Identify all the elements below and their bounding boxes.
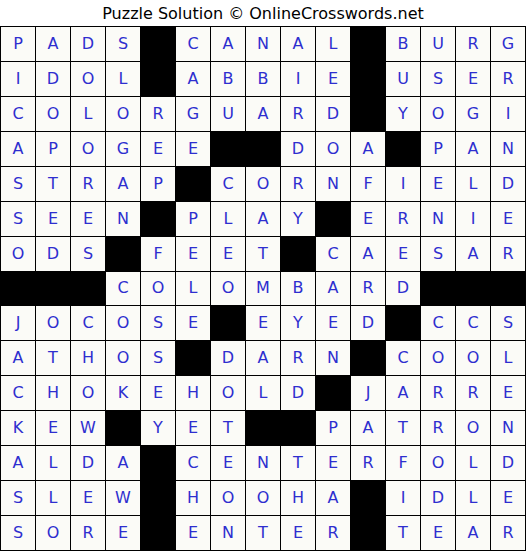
letter-cell-r8c12: D [386, 272, 420, 306]
letter-cell-r12c3: W [71, 411, 105, 445]
letter-cell-r12c7: T [211, 411, 245, 445]
letter-cell-r5c12: I [386, 167, 420, 201]
letter-cell-r15c15: R [491, 516, 525, 550]
letter-cell-r3c2: O [36, 97, 70, 131]
block-cell-r6c10 [316, 202, 350, 236]
letter-cell-r2c2: D [36, 62, 70, 96]
letter-cell-r12c13: R [421, 411, 455, 445]
letter-cell-r7c1: O [1, 237, 35, 271]
block-cell-r3c11 [351, 97, 385, 131]
letter-cell-r5c15: D [491, 167, 525, 201]
letter-cell-r6c15: E [491, 202, 525, 236]
letter-cell-r14c9: H [281, 481, 315, 515]
letter-cell-r14c7: O [211, 481, 245, 515]
letter-cell-r6c2: E [36, 202, 70, 236]
letter-cell-r3c6: G [176, 97, 210, 131]
block-cell-r13c5 [141, 446, 175, 480]
letter-cell-r10c8: A [246, 341, 280, 375]
letter-cell-r10c5: S [141, 341, 175, 375]
letter-cell-r1c14: R [456, 27, 490, 61]
letter-cell-r7c15: R [491, 237, 525, 271]
letter-cell-r15c1: S [1, 516, 35, 550]
block-cell-r7c9 [281, 237, 315, 271]
block-cell-r10c11 [351, 341, 385, 375]
block-cell-r15c5 [141, 516, 175, 550]
letter-cell-r14c2: L [36, 481, 70, 515]
block-cell-r12c9 [281, 411, 315, 445]
letter-cell-r9c6: E [176, 306, 210, 340]
letter-cell-r2c9: I [281, 62, 315, 96]
letter-cell-r12c14: O [456, 411, 490, 445]
letter-cell-r4c9: D [281, 132, 315, 166]
block-cell-r12c4 [106, 411, 140, 445]
letter-cell-r12c1: K [1, 411, 35, 445]
letter-cell-r4c3: O [71, 132, 105, 166]
letter-cell-r9c8: E [246, 306, 280, 340]
letter-cell-r10c2: T [36, 341, 70, 375]
letter-cell-r2c10: E [316, 62, 350, 96]
block-cell-r4c8 [246, 132, 280, 166]
letter-cell-r5c7: C [211, 167, 245, 201]
letter-cell-r6c11: E [351, 202, 385, 236]
letter-cell-r13c12: F [386, 446, 420, 480]
letter-cell-r14c1: S [1, 481, 35, 515]
letter-cell-r8c5: O [141, 272, 175, 306]
letter-cell-r12c2: E [36, 411, 70, 445]
letter-cell-r11c8: L [246, 376, 280, 410]
letter-cell-r3c4: O [106, 97, 140, 131]
letter-cell-r1c9: A [281, 27, 315, 61]
letter-cell-r5c1: S [1, 167, 35, 201]
letter-cell-r3c10: D [316, 97, 350, 131]
letter-cell-r13c7: E [211, 446, 245, 480]
block-cell-r8c2 [36, 272, 70, 306]
letter-cell-r3c14: G [456, 97, 490, 131]
letter-cell-r10c10: N [316, 341, 350, 375]
letter-cell-r6c13: N [421, 202, 455, 236]
letter-cell-r1c15: G [491, 27, 525, 61]
block-cell-r5c6 [176, 167, 210, 201]
letter-cell-r9c14: C [456, 306, 490, 340]
letter-cell-r10c13: O [421, 341, 455, 375]
letter-cell-r11c13: R [421, 376, 455, 410]
letter-cell-r11c7: O [211, 376, 245, 410]
letter-cell-r15c14: A [456, 516, 490, 550]
letter-cell-r3c9: R [281, 97, 315, 131]
letter-cell-r2c14: E [456, 62, 490, 96]
letter-cell-r11c1: C [1, 376, 35, 410]
block-cell-r6c5 [141, 202, 175, 236]
letter-cell-r13c3: D [71, 446, 105, 480]
letter-cell-r11c6: H [176, 376, 210, 410]
block-cell-r9c12 [386, 306, 420, 340]
letter-cell-r13c1: A [1, 446, 35, 480]
letter-cell-r1c12: B [386, 27, 420, 61]
letter-cell-r15c4: E [106, 516, 140, 550]
letter-cell-r10c3: H [71, 341, 105, 375]
letter-cell-r9c5: S [141, 306, 175, 340]
letter-cell-r7c14: A [456, 237, 490, 271]
letter-cell-r6c3: E [71, 202, 105, 236]
letter-cell-r11c12: A [386, 376, 420, 410]
letter-cell-r9c1: J [1, 306, 35, 340]
block-cell-r8c3 [71, 272, 105, 306]
letter-cell-r7c8: T [246, 237, 280, 271]
letter-cell-r5c8: O [246, 167, 280, 201]
letter-cell-r15c6: E [176, 516, 210, 550]
letter-cell-r7c11: A [351, 237, 385, 271]
letter-cell-r7c6: E [176, 237, 210, 271]
block-cell-r11c10 [316, 376, 350, 410]
letter-cell-r15c12: T [386, 516, 420, 550]
block-cell-r2c5 [141, 62, 175, 96]
letter-cell-r10c15: L [491, 341, 525, 375]
letter-cell-r6c8: A [246, 202, 280, 236]
letter-cell-r2c8: B [246, 62, 280, 96]
letter-cell-r11c9: D [281, 376, 315, 410]
letter-cell-r10c9: R [281, 341, 315, 375]
letter-cell-r3c13: O [421, 97, 455, 131]
letter-cell-r14c14: L [456, 481, 490, 515]
block-cell-r4c7 [211, 132, 245, 166]
letter-cell-r1c1: P [1, 27, 35, 61]
letter-cell-r6c12: R [386, 202, 420, 236]
letter-cell-r7c5: F [141, 237, 175, 271]
letter-cell-r14c3: E [71, 481, 105, 515]
letter-cell-r5c5: P [141, 167, 175, 201]
block-cell-r15c11 [351, 516, 385, 550]
letter-cell-r7c12: E [386, 237, 420, 271]
block-cell-r8c13 [421, 272, 455, 306]
letter-cell-r1c10: L [316, 27, 350, 61]
letter-cell-r4c15: N [491, 132, 525, 166]
letter-cell-r13c9: T [281, 446, 315, 480]
letter-cell-r2c13: S [421, 62, 455, 96]
letter-cell-r7c13: S [421, 237, 455, 271]
letter-cell-r15c3: R [71, 516, 105, 550]
letter-cell-r5c4: A [106, 167, 140, 201]
letter-cell-r9c10: E [316, 306, 350, 340]
letter-cell-r9c4: O [106, 306, 140, 340]
letter-cell-r12c15: N [491, 411, 525, 445]
letter-cell-r14c15: E [491, 481, 525, 515]
letter-cell-r6c4: N [106, 202, 140, 236]
letter-cell-r11c3: O [71, 376, 105, 410]
letter-cell-r12c5: Y [141, 411, 175, 445]
letter-cell-r12c12: T [386, 411, 420, 445]
letter-cell-r14c10: A [316, 481, 350, 515]
letter-cell-r2c1: I [1, 62, 35, 96]
letter-cell-r14c8: O [246, 481, 280, 515]
letter-cell-r8c11: R [351, 272, 385, 306]
letter-cell-r3c5: R [141, 97, 175, 131]
letter-cell-r9c3: C [71, 306, 105, 340]
letter-cell-r8c7: O [211, 272, 245, 306]
letter-cell-r1c13: U [421, 27, 455, 61]
letter-cell-r4c10: O [316, 132, 350, 166]
letter-cell-r6c9: Y [281, 202, 315, 236]
block-cell-r12c8 [246, 411, 280, 445]
letter-cell-r10c1: A [1, 341, 35, 375]
letter-cell-r9c15: S [491, 306, 525, 340]
letter-cell-r1c6: C [176, 27, 210, 61]
letter-cell-r5c9: R [281, 167, 315, 201]
letter-cell-r8c4: C [106, 272, 140, 306]
letter-cell-r12c10: P [316, 411, 350, 445]
letter-cell-r7c7: E [211, 237, 245, 271]
letter-cell-r2c6: A [176, 62, 210, 96]
block-cell-r14c5 [141, 481, 175, 515]
letter-cell-r1c2: A [36, 27, 70, 61]
letter-cell-r4c2: P [36, 132, 70, 166]
letter-cell-r14c6: H [176, 481, 210, 515]
letter-cell-r11c14: R [456, 376, 490, 410]
letter-cell-r8c9: B [281, 272, 315, 306]
block-cell-r1c11 [351, 27, 385, 61]
block-cell-r8c15 [491, 272, 525, 306]
letter-cell-r14c12: I [386, 481, 420, 515]
letter-cell-r9c2: O [36, 306, 70, 340]
letter-cell-r4c1: A [1, 132, 35, 166]
letter-cell-r1c4: S [106, 27, 140, 61]
letter-cell-r11c11: J [351, 376, 385, 410]
block-cell-r7c4 [106, 237, 140, 271]
letter-cell-r1c3: D [71, 27, 105, 61]
puzzle-title: Puzzle Solution © OnlineCrosswords.net [0, 0, 526, 26]
block-cell-r1c5 [141, 27, 175, 61]
letter-cell-r13c15: D [491, 446, 525, 480]
letter-cell-r9c13: C [421, 306, 455, 340]
letter-cell-r7c2: D [36, 237, 70, 271]
letter-cell-r3c7: U [211, 97, 245, 131]
letter-cell-r13c10: E [316, 446, 350, 480]
letter-cell-r4c11: A [351, 132, 385, 166]
letter-cell-r12c6: E [176, 411, 210, 445]
letter-cell-r13c11: R [351, 446, 385, 480]
letter-cell-r4c5: E [141, 132, 175, 166]
block-cell-r8c14 [456, 272, 490, 306]
letter-cell-r10c4: O [106, 341, 140, 375]
letter-cell-r2c4: L [106, 62, 140, 96]
letter-cell-r13c8: N [246, 446, 280, 480]
letter-cell-r13c13: O [421, 446, 455, 480]
letter-cell-r11c4: K [106, 376, 140, 410]
crossword-grid: PADSCANALBURGIDOLABBIEUSERCOLORGUARDYOGI… [0, 26, 526, 551]
letter-cell-r3c15: I [491, 97, 525, 131]
block-cell-r14c11 [351, 481, 385, 515]
letter-cell-r3c8: A [246, 97, 280, 131]
letter-cell-r9c9: Y [281, 306, 315, 340]
letter-cell-r15c8: T [246, 516, 280, 550]
letter-cell-r12c11: A [351, 411, 385, 445]
letter-cell-r1c8: N [246, 27, 280, 61]
letter-cell-r3c1: C [1, 97, 35, 131]
letter-cell-r13c4: A [106, 446, 140, 480]
letter-cell-r2c15: R [491, 62, 525, 96]
letter-cell-r5c3: R [71, 167, 105, 201]
letter-cell-r13c14: L [456, 446, 490, 480]
letter-cell-r14c4: W [106, 481, 140, 515]
letter-cell-r6c7: L [211, 202, 245, 236]
block-cell-r4c12 [386, 132, 420, 166]
letter-cell-r4c13: P [421, 132, 455, 166]
letter-cell-r8c8: M [246, 272, 280, 306]
letter-cell-r1c7: A [211, 27, 245, 61]
block-cell-r8c1 [1, 272, 35, 306]
block-cell-r2c11 [351, 62, 385, 96]
letter-cell-r13c6: C [176, 446, 210, 480]
block-cell-r9c7 [211, 306, 245, 340]
letter-cell-r5c11: F [351, 167, 385, 201]
letter-cell-r6c1: S [1, 202, 35, 236]
letter-cell-r3c3: L [71, 97, 105, 131]
letter-cell-r9c11: D [351, 306, 385, 340]
letter-cell-r5c10: N [316, 167, 350, 201]
letter-cell-r6c14: I [456, 202, 490, 236]
letter-cell-r5c2: T [36, 167, 70, 201]
letter-cell-r4c4: G [106, 132, 140, 166]
letter-cell-r15c13: E [421, 516, 455, 550]
letter-cell-r7c3: S [71, 237, 105, 271]
letter-cell-r15c2: O [36, 516, 70, 550]
letter-cell-r10c7: D [211, 341, 245, 375]
letter-cell-r5c13: E [421, 167, 455, 201]
letter-cell-r15c10: R [316, 516, 350, 550]
letter-cell-r6c6: P [176, 202, 210, 236]
letter-cell-r5c14: L [456, 167, 490, 201]
letter-cell-r2c7: B [211, 62, 245, 96]
letter-cell-r10c14: O [456, 341, 490, 375]
letter-cell-r8c10: A [316, 272, 350, 306]
letter-cell-r13c2: L [36, 446, 70, 480]
letter-cell-r2c12: U [386, 62, 420, 96]
letter-cell-r10c12: C [386, 341, 420, 375]
block-cell-r10c6 [176, 341, 210, 375]
letter-cell-r15c9: E [281, 516, 315, 550]
letter-cell-r15c7: N [211, 516, 245, 550]
letter-cell-r11c2: H [36, 376, 70, 410]
letter-cell-r11c15: E [491, 376, 525, 410]
letter-cell-r11c5: E [141, 376, 175, 410]
letter-cell-r7c10: C [316, 237, 350, 271]
letter-cell-r3c12: Y [386, 97, 420, 131]
letter-cell-r4c14: A [456, 132, 490, 166]
letter-cell-r4c6: E [176, 132, 210, 166]
letter-cell-r14c13: D [421, 481, 455, 515]
letter-cell-r8c6: L [176, 272, 210, 306]
letter-cell-r2c3: O [71, 62, 105, 96]
